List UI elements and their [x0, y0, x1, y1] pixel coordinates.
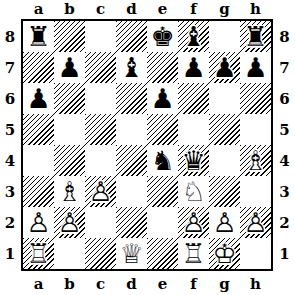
square-e5	[147, 114, 178, 145]
square-a5	[23, 114, 54, 145]
square-a3	[23, 176, 54, 207]
piece-glyph: ♝	[116, 52, 147, 83]
square-b7: ♟	[54, 52, 85, 83]
square-e2	[147, 207, 178, 238]
black-pawn-b7: ♟	[54, 52, 85, 83]
rank-labels-left: 87654321	[0, 21, 20, 269]
piece-glyph: ♚	[147, 21, 178, 52]
piece-outline: ♙	[85, 176, 116, 207]
white-pawn-b2: ♟♙	[54, 207, 85, 238]
piece-outline: ♕	[116, 238, 147, 269]
white-pawn-a2: ♟♙	[23, 207, 54, 238]
square-c2	[85, 207, 116, 238]
rank-label-8: 8	[0, 21, 20, 52]
square-f5	[178, 114, 209, 145]
rank-label-8: 8	[274, 21, 295, 52]
square-g7: ♟	[209, 52, 240, 83]
rank-label-3: 3	[0, 176, 20, 207]
black-queen-f4: ♛	[178, 145, 209, 176]
square-e8: ♚	[147, 21, 178, 52]
file-label-e: e	[147, 272, 178, 295]
rank-label-5: 5	[0, 114, 20, 145]
black-bishop-d7: ♝	[116, 52, 147, 83]
file-label-f: f	[178, 272, 209, 295]
piece-glyph: ♝	[178, 21, 209, 52]
square-e3	[147, 176, 178, 207]
square-g3	[209, 176, 240, 207]
square-d3	[116, 176, 147, 207]
rank-label-2: 2	[274, 207, 295, 238]
white-queen-d1: ♛♕	[116, 238, 147, 269]
square-g4	[209, 145, 240, 176]
white-bishop-b3: ♝♗	[54, 176, 85, 207]
square-h6	[240, 83, 271, 114]
piece-glyph: ♟	[147, 83, 178, 114]
square-e6: ♟	[147, 83, 178, 114]
file-label-g: g	[209, 0, 240, 18]
square-a8: ♜	[23, 21, 54, 52]
file-label-a: a	[23, 0, 54, 18]
white-pawn-h2: ♟♙	[240, 207, 271, 238]
square-a4	[23, 145, 54, 176]
file-label-b: b	[54, 0, 85, 18]
square-g6	[209, 83, 240, 114]
file-label-c: c	[85, 272, 116, 295]
file-label-g: g	[209, 272, 240, 295]
white-bishop-h4: ♝♗	[240, 145, 271, 176]
square-e7	[147, 52, 178, 83]
square-e4: ♞	[147, 145, 178, 176]
square-d4	[116, 145, 147, 176]
piece-glyph: ♟	[240, 52, 271, 83]
square-h5	[240, 114, 271, 145]
rank-label-4: 4	[0, 145, 20, 176]
black-pawn-h7: ♟	[240, 52, 271, 83]
black-knight-e4: ♞	[147, 145, 178, 176]
black-pawn-f7: ♟	[178, 52, 209, 83]
file-label-h: h	[240, 272, 271, 295]
square-d7: ♝	[116, 52, 147, 83]
square-f7: ♟	[178, 52, 209, 83]
square-d6	[116, 83, 147, 114]
file-label-b: b	[54, 272, 85, 295]
square-a2: ♟♙	[23, 207, 54, 238]
rank-label-7: 7	[0, 52, 20, 83]
piece-outline: ♙	[240, 207, 271, 238]
piece-glyph: ♟	[23, 83, 54, 114]
chess-diagram: abcdefgh 87654321 ♜♚♝♜♟♝♟♟♟♟♟♞♛♝♗♝♗♟♙♞♘♟…	[0, 0, 295, 295]
square-e1	[147, 238, 178, 269]
piece-outline: ♖	[178, 238, 209, 269]
square-d1: ♛♕	[116, 238, 147, 269]
file-label-d: d	[116, 0, 147, 18]
piece-outline: ♙	[23, 207, 54, 238]
rank-label-1: 1	[274, 238, 295, 269]
square-c7	[85, 52, 116, 83]
piece-outline: ♖	[23, 238, 54, 269]
piece-glyph: ♟	[178, 52, 209, 83]
square-h4: ♝♗	[240, 145, 271, 176]
file-label-h: h	[240, 0, 271, 18]
white-pawn-g2: ♟♙	[209, 207, 240, 238]
file-label-c: c	[85, 0, 116, 18]
piece-outline: ♘	[178, 176, 209, 207]
square-d8	[116, 21, 147, 52]
rank-label-3: 3	[274, 176, 295, 207]
white-pawn-f2: ♟♙	[178, 207, 209, 238]
square-h7: ♟	[240, 52, 271, 83]
square-g2: ♟♙	[209, 207, 240, 238]
square-c1	[85, 238, 116, 269]
piece-glyph: ♜	[23, 21, 54, 52]
black-rook-a8: ♜	[23, 21, 54, 52]
file-labels-bottom: abcdefgh	[23, 272, 271, 295]
rank-label-6: 6	[0, 83, 20, 114]
white-pawn-c3: ♟♙	[85, 176, 116, 207]
square-c6	[85, 83, 116, 114]
square-b3: ♝♗	[54, 176, 85, 207]
square-g5	[209, 114, 240, 145]
square-b4	[54, 145, 85, 176]
square-c5	[85, 114, 116, 145]
rank-label-7: 7	[274, 52, 295, 83]
square-d5	[116, 114, 147, 145]
rank-label-5: 5	[274, 114, 295, 145]
black-bishop-f8: ♝	[178, 21, 209, 52]
piece-glyph: ♞	[147, 145, 178, 176]
black-pawn-a6: ♟	[23, 83, 54, 114]
piece-outline: ♗	[54, 176, 85, 207]
square-b1	[54, 238, 85, 269]
piece-outline: ♙	[54, 207, 85, 238]
square-c4	[85, 145, 116, 176]
white-knight-f3: ♞♘	[178, 176, 209, 207]
rank-label-4: 4	[274, 145, 295, 176]
square-a6: ♟	[23, 83, 54, 114]
file-label-f: f	[178, 0, 209, 18]
square-b2: ♟♙	[54, 207, 85, 238]
black-pawn-g7: ♟	[209, 52, 240, 83]
file-label-e: e	[147, 0, 178, 18]
rank-labels-right: 87654321	[274, 21, 295, 269]
piece-glyph: ♟	[209, 52, 240, 83]
white-rook-f1: ♜♖	[178, 238, 209, 269]
square-a7	[23, 52, 54, 83]
square-f4: ♛	[178, 145, 209, 176]
chess-board: ♜♚♝♜♟♝♟♟♟♟♟♞♛♝♗♝♗♟♙♞♘♟♙♟♙♟♙♟♙♟♙♜♖♛♕♜♖♚♔	[21, 19, 273, 271]
file-labels-top: abcdefgh	[23, 0, 271, 18]
rank-label-6: 6	[274, 83, 295, 114]
square-h1	[240, 238, 271, 269]
square-b8	[54, 21, 85, 52]
piece-outline: ♙	[178, 207, 209, 238]
black-pawn-e6: ♟	[147, 83, 178, 114]
square-h2: ♟♙	[240, 207, 271, 238]
piece-glyph: ♛	[178, 145, 209, 176]
square-b6	[54, 83, 85, 114]
square-g1: ♚♔	[209, 238, 240, 269]
black-rook-h8: ♜	[240, 21, 271, 52]
square-f2: ♟♙	[178, 207, 209, 238]
white-king-g1: ♚♔	[209, 238, 240, 269]
square-f1: ♜♖	[178, 238, 209, 269]
file-label-a: a	[23, 272, 54, 295]
white-rook-a1: ♜♖	[23, 238, 54, 269]
piece-outline: ♗	[240, 145, 271, 176]
piece-glyph: ♜	[240, 21, 271, 52]
square-h8: ♜	[240, 21, 271, 52]
square-f8: ♝	[178, 21, 209, 52]
square-f3: ♞♘	[178, 176, 209, 207]
square-c8	[85, 21, 116, 52]
square-c3: ♟♙	[85, 176, 116, 207]
piece-glyph: ♟	[54, 52, 85, 83]
square-d2	[116, 207, 147, 238]
piece-outline: ♙	[209, 207, 240, 238]
piece-outline: ♔	[209, 238, 240, 269]
file-label-d: d	[116, 272, 147, 295]
square-b5	[54, 114, 85, 145]
square-g8	[209, 21, 240, 52]
black-king-e8: ♚	[147, 21, 178, 52]
rank-label-1: 1	[0, 238, 20, 269]
square-a1: ♜♖	[23, 238, 54, 269]
rank-label-2: 2	[0, 207, 20, 238]
square-h3	[240, 176, 271, 207]
square-f6	[178, 83, 209, 114]
